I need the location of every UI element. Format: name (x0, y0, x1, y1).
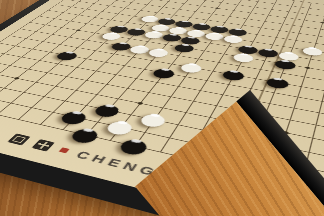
specular-highlight (217, 26, 224, 28)
red-seal-stamp-icon (59, 147, 70, 153)
specular-highlight (230, 35, 238, 37)
specular-highlight (156, 48, 164, 50)
specular-highlight (285, 52, 293, 55)
go-stone-white-c13-r10: ● (230, 51, 257, 64)
specular-highlight (230, 70, 239, 73)
specular-highlight (72, 111, 83, 115)
specular-highlight (188, 63, 197, 66)
specular-highlight (176, 27, 184, 29)
specular-highlight (193, 30, 201, 32)
specular-highlight (150, 113, 160, 117)
go-stone-white-c16-r8: ● (300, 45, 324, 57)
specular-highlight (188, 36, 196, 38)
specular-highlight (199, 23, 206, 25)
specular-highlight (273, 78, 282, 81)
specular-highlight (235, 28, 242, 30)
photo-frame: ●●●●●●●●●●●●●●●●●●●●●●●●●●●●●●●●●●●●●● C… (0, 0, 324, 216)
specular-highlight (245, 45, 253, 47)
specular-highlight (148, 16, 155, 18)
specular-highlight (117, 121, 128, 125)
specular-highlight (119, 42, 127, 44)
specular-highlight (83, 128, 94, 132)
specular-highlight (134, 28, 142, 30)
go-stone-black-c13-r12: ● (219, 68, 248, 82)
specular-highlight (281, 60, 289, 63)
go-stone-black-c15-r12: ● (263, 75, 292, 90)
specular-highlight (212, 32, 220, 34)
specular-highlight (117, 25, 125, 27)
go-stone-black-c15-r10: ● (272, 58, 299, 71)
specular-highlight (66, 51, 75, 54)
specular-highlight (110, 32, 118, 34)
specular-highlight (152, 31, 160, 33)
specular-highlight (165, 18, 172, 20)
weiqi-logo-character-2-icon (32, 139, 55, 151)
specular-highlight (240, 53, 248, 56)
specular-highlight (131, 139, 142, 143)
weiqi-logo-character-1-icon (8, 133, 31, 145)
specular-highlight (309, 47, 317, 49)
specular-highlight (265, 48, 273, 50)
specular-highlight (105, 104, 115, 108)
specular-highlight (161, 68, 170, 71)
specular-highlight (169, 34, 177, 36)
specular-highlight (158, 24, 166, 26)
specular-highlight (182, 20, 189, 22)
specular-highlight (182, 44, 190, 46)
specular-highlight (137, 45, 145, 47)
